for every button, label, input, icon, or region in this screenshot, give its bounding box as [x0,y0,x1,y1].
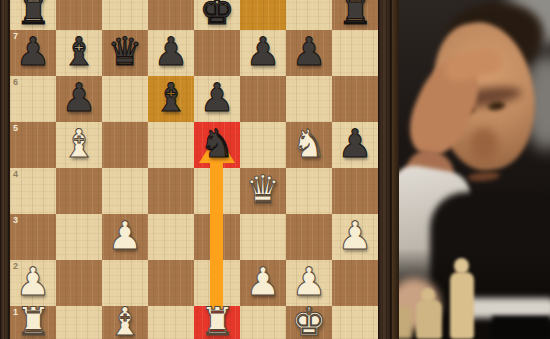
square-a5[interactable]: 5 [10,122,56,168]
square-a3[interactable]: 3 [10,214,56,260]
square-f2[interactable]: ♟ [240,260,286,306]
player-photo [392,0,550,339]
piece-black-P-b6[interactable]: ♟ [62,78,97,117]
move-arrow-shaft [210,152,223,310]
rank-label-2: 2 [13,262,18,271]
square-b7[interactable]: ♝ [56,30,102,76]
rank-label-1: 1 [13,308,18,317]
square-b5[interactable]: ♝ [56,122,102,168]
square-c3[interactable]: ♟ [102,214,148,260]
square-c5[interactable] [102,122,148,168]
foreground-chess-piece [450,272,474,339]
screenshot: ♜♚♜♟7♝♛♟♟♟6♟♝♟5♝♞♞♟4♛3♟♟♟2♟♟♜1♝♜♚ [0,0,550,339]
square-d4[interactable] [148,168,194,214]
piece-black-P-f7[interactable]: ♟ [246,32,281,71]
square-g6[interactable] [286,76,332,122]
piece-black-N-e5[interactable]: ♞ [200,124,235,163]
piece-white-B-c1[interactable]: ♝ [108,306,143,339]
photo-shadow [492,316,550,339]
square-b6[interactable]: ♟ [56,76,102,122]
board-frame-left [0,0,10,339]
table-blur [464,298,550,318]
piece-black-P-e6[interactable]: ♟ [200,78,235,117]
square-g3[interactable] [286,214,332,260]
square-h7[interactable] [332,30,378,76]
square-e5[interactable]: ♞ [194,122,240,168]
square-g2[interactable]: ♟ [286,260,332,306]
piece-black-Q-c7[interactable]: ♛ [108,32,143,71]
square-f1[interactable] [240,306,286,339]
square-d2[interactable] [148,260,194,306]
rank-label-3: 3 [13,216,18,225]
square-h3[interactable]: ♟ [332,214,378,260]
piece-white-N-g5[interactable]: ♞ [292,124,327,163]
square-f6[interactable] [240,76,286,122]
player-nose [470,128,498,162]
square-c1[interactable]: ♝ [102,306,148,339]
piece-black-P-h5[interactable]: ♟ [338,124,373,163]
square-d6[interactable]: ♝ [148,76,194,122]
chess-board: ♜♚♜♟7♝♛♟♟♟6♟♝♟5♝♞♞♟4♛3♟♟♟2♟♟♜1♝♜♚ [0,0,392,339]
piece-black-P-d7[interactable]: ♟ [154,32,189,71]
piece-white-P-h3[interactable]: ♟ [338,216,373,255]
square-g7[interactable]: ♟ [286,30,332,76]
square-a8[interactable]: ♜ [10,0,56,30]
square-c2[interactable] [102,260,148,306]
rank-label-6: 6 [13,78,18,87]
square-d3[interactable] [148,214,194,260]
piece-black-K-e8[interactable]: ♚ [200,0,235,30]
square-b1[interactable] [56,306,102,339]
piece-white-P-g2[interactable]: ♟ [292,262,327,301]
square-a7[interactable]: ♟7 [10,30,56,76]
square-a4[interactable]: 4 [10,168,56,214]
square-a1[interactable]: ♜1 [10,306,56,339]
square-c7[interactable]: ♛ [102,30,148,76]
square-c4[interactable] [102,168,148,214]
piece-black-B-d6[interactable]: ♝ [154,78,189,117]
rank-label-4: 4 [13,170,18,179]
square-c6[interactable] [102,76,148,122]
piece-black-R-a8[interactable]: ♜ [16,0,51,30]
square-h8[interactable]: ♜ [332,0,378,30]
foreground-chess-piece [416,300,442,339]
piece-white-B-b5[interactable]: ♝ [62,124,97,163]
piece-black-P-a7[interactable]: ♟ [16,32,51,71]
square-e1[interactable]: ♜ [194,306,240,339]
rank-label-7: 7 [13,32,18,41]
square-g8[interactable] [286,0,332,30]
square-h1[interactable] [332,306,378,339]
square-h5[interactable]: ♟ [332,122,378,168]
piece-white-K-g1[interactable]: ♚ [292,306,327,339]
rank-label-5: 5 [13,124,18,133]
square-d7[interactable]: ♟ [148,30,194,76]
square-e7[interactable] [194,30,240,76]
square-f8[interactable] [240,0,286,30]
square-a2[interactable]: ♟2 [10,260,56,306]
square-b4[interactable] [56,168,102,214]
square-h2[interactable] [332,260,378,306]
piece-black-B-b7[interactable]: ♝ [62,32,97,71]
piece-white-P-c3[interactable]: ♟ [108,216,143,255]
player-mouth [468,171,501,183]
piece-white-P-f2[interactable]: ♟ [246,262,281,301]
square-b2[interactable] [56,260,102,306]
square-h6[interactable] [332,76,378,122]
square-b8[interactable] [56,0,102,30]
square-f7[interactable]: ♟ [240,30,286,76]
square-f4[interactable]: ♛ [240,168,286,214]
board-frame-right [378,0,392,339]
piece-white-R-a1[interactable]: ♜ [16,306,51,339]
square-h4[interactable] [332,168,378,214]
square-g1[interactable]: ♚ [286,306,332,339]
square-e8[interactable]: ♚ [194,0,240,30]
square-f3[interactable] [240,214,286,260]
piece-black-R-h8[interactable]: ♜ [338,0,373,30]
piece-white-Q-f4[interactable]: ♛ [246,170,281,209]
board-squares: ♜♚♜♟7♝♛♟♟♟6♟♝♟5♝♞♞♟4♛3♟♟♟2♟♟♜1♝♜♚ [10,0,378,339]
square-c8[interactable] [102,0,148,30]
piece-black-P-g7[interactable]: ♟ [292,32,327,71]
square-d5[interactable] [148,122,194,168]
piece-white-R-e1[interactable]: ♜ [200,306,235,339]
square-a6[interactable]: 6 [10,76,56,122]
piece-white-P-a2[interactable]: ♟ [16,262,51,301]
square-f5[interactable] [240,122,286,168]
square-d8[interactable] [148,0,194,30]
square-g5[interactable]: ♞ [286,122,332,168]
square-g4[interactable] [286,168,332,214]
square-b3[interactable] [56,214,102,260]
photo-wood-edge [392,0,399,339]
square-d1[interactable] [148,306,194,339]
square-e6[interactable]: ♟ [194,76,240,122]
